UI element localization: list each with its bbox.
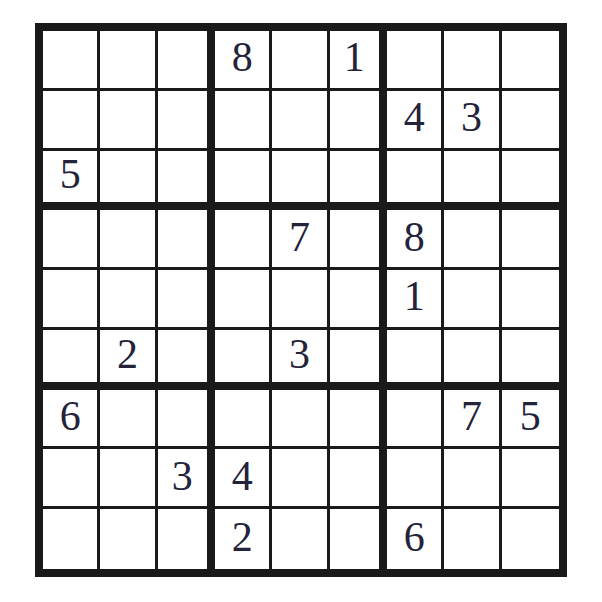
cell-r2c9[interactable]: [502, 91, 559, 151]
cell-r6c9[interactable]: [502, 330, 559, 390]
cell-r6c1[interactable]: [43, 330, 100, 390]
cell-r6c4[interactable]: [215, 330, 272, 390]
cell-r7c9: 5: [502, 390, 559, 450]
cell-r3c1: 5: [43, 151, 100, 211]
cell-r8c3: 3: [158, 449, 215, 509]
cell-r2c6[interactable]: [330, 91, 387, 151]
given-digit: 6: [60, 395, 81, 437]
cell-r9c8[interactable]: [444, 509, 501, 569]
cell-r7c3[interactable]: [158, 390, 215, 450]
sudoku-board: 81435781236753426: [35, 23, 567, 577]
cell-r6c5: 3: [272, 330, 329, 390]
cell-r2c7: 4: [387, 91, 444, 151]
cell-r2c1[interactable]: [43, 91, 100, 151]
cell-r3c6[interactable]: [330, 151, 387, 211]
cell-r6c3[interactable]: [158, 330, 215, 390]
cell-r3c8[interactable]: [444, 151, 501, 211]
cell-r7c7[interactable]: [387, 390, 444, 450]
cell-r7c1: 6: [43, 390, 100, 450]
cell-r7c5[interactable]: [272, 390, 329, 450]
cell-r8c7[interactable]: [387, 449, 444, 509]
cell-r4c9[interactable]: [502, 210, 559, 270]
cell-r3c2[interactable]: [100, 151, 157, 211]
given-digit: 3: [289, 333, 310, 375]
cell-r8c6[interactable]: [330, 449, 387, 509]
given-digit: 7: [461, 395, 482, 437]
given-digit: 1: [344, 36, 365, 78]
cell-r3c9[interactable]: [502, 151, 559, 211]
cell-r1c4: 8: [215, 31, 272, 91]
cell-r5c3[interactable]: [158, 270, 215, 330]
cell-r5c8[interactable]: [444, 270, 501, 330]
cell-r5c1[interactable]: [43, 270, 100, 330]
cell-r1c3[interactable]: [158, 31, 215, 91]
cell-r4c8[interactable]: [444, 210, 501, 270]
given-digit: 4: [232, 455, 253, 497]
cell-r6c7[interactable]: [387, 330, 444, 390]
cell-r4c5: 7: [272, 210, 329, 270]
cell-r9c5[interactable]: [272, 509, 329, 569]
given-digit: 6: [404, 516, 425, 558]
given-digit: 8: [404, 216, 425, 258]
cell-r4c2[interactable]: [100, 210, 157, 270]
given-digit: 3: [172, 455, 193, 497]
given-digit: 5: [60, 153, 81, 195]
cell-r9c7: 6: [387, 509, 444, 569]
cell-r9c4: 2: [215, 509, 272, 569]
cell-r5c6[interactable]: [330, 270, 387, 330]
cell-r8c4: 4: [215, 449, 272, 509]
cell-r2c8: 3: [444, 91, 501, 151]
cell-r7c6[interactable]: [330, 390, 387, 450]
cell-r3c3[interactable]: [158, 151, 215, 211]
cell-r8c9[interactable]: [502, 449, 559, 509]
cell-r5c9[interactable]: [502, 270, 559, 330]
given-digit: 2: [117, 333, 138, 375]
cell-r2c3[interactable]: [158, 91, 215, 151]
cell-r2c2[interactable]: [100, 91, 157, 151]
cell-r1c7[interactable]: [387, 31, 444, 91]
given-digit: 8: [232, 36, 253, 78]
given-digit: 3: [461, 96, 482, 138]
cell-r5c7: 1: [387, 270, 444, 330]
cell-r9c9[interactable]: [502, 509, 559, 569]
cell-r5c5[interactable]: [272, 270, 329, 330]
cell-r4c1[interactable]: [43, 210, 100, 270]
cell-r2c4[interactable]: [215, 91, 272, 151]
cell-r3c4[interactable]: [215, 151, 272, 211]
cell-r2c5[interactable]: [272, 91, 329, 151]
cell-r3c7[interactable]: [387, 151, 444, 211]
cell-r9c6[interactable]: [330, 509, 387, 569]
cell-r4c3[interactable]: [158, 210, 215, 270]
given-digit: 5: [520, 395, 541, 437]
cell-r3c5[interactable]: [272, 151, 329, 211]
cell-r7c4[interactable]: [215, 390, 272, 450]
cell-r4c7: 8: [387, 210, 444, 270]
cell-r4c6[interactable]: [330, 210, 387, 270]
cell-r6c8[interactable]: [444, 330, 501, 390]
cell-r1c5[interactable]: [272, 31, 329, 91]
cell-r7c8: 7: [444, 390, 501, 450]
given-digit: 2: [232, 516, 253, 558]
cell-r8c8[interactable]: [444, 449, 501, 509]
cell-r1c6: 1: [330, 31, 387, 91]
cell-r5c2[interactable]: [100, 270, 157, 330]
cell-r1c8[interactable]: [444, 31, 501, 91]
cell-r5c4[interactable]: [215, 270, 272, 330]
cell-r8c2[interactable]: [100, 449, 157, 509]
cell-r8c1[interactable]: [43, 449, 100, 509]
cell-r6c6[interactable]: [330, 330, 387, 390]
cell-r1c1[interactable]: [43, 31, 100, 91]
cell-r1c2[interactable]: [100, 31, 157, 91]
cell-r7c2[interactable]: [100, 390, 157, 450]
given-digit: 7: [289, 216, 310, 258]
given-digit: 4: [404, 96, 425, 138]
cell-r6c2: 2: [100, 330, 157, 390]
cell-r4c4[interactable]: [215, 210, 272, 270]
cell-r1c9[interactable]: [502, 31, 559, 91]
cell-r9c2[interactable]: [100, 509, 157, 569]
cell-r8c5[interactable]: [272, 449, 329, 509]
cell-r9c1[interactable]: [43, 509, 100, 569]
cell-r9c3[interactable]: [158, 509, 215, 569]
given-digit: 1: [404, 275, 425, 317]
